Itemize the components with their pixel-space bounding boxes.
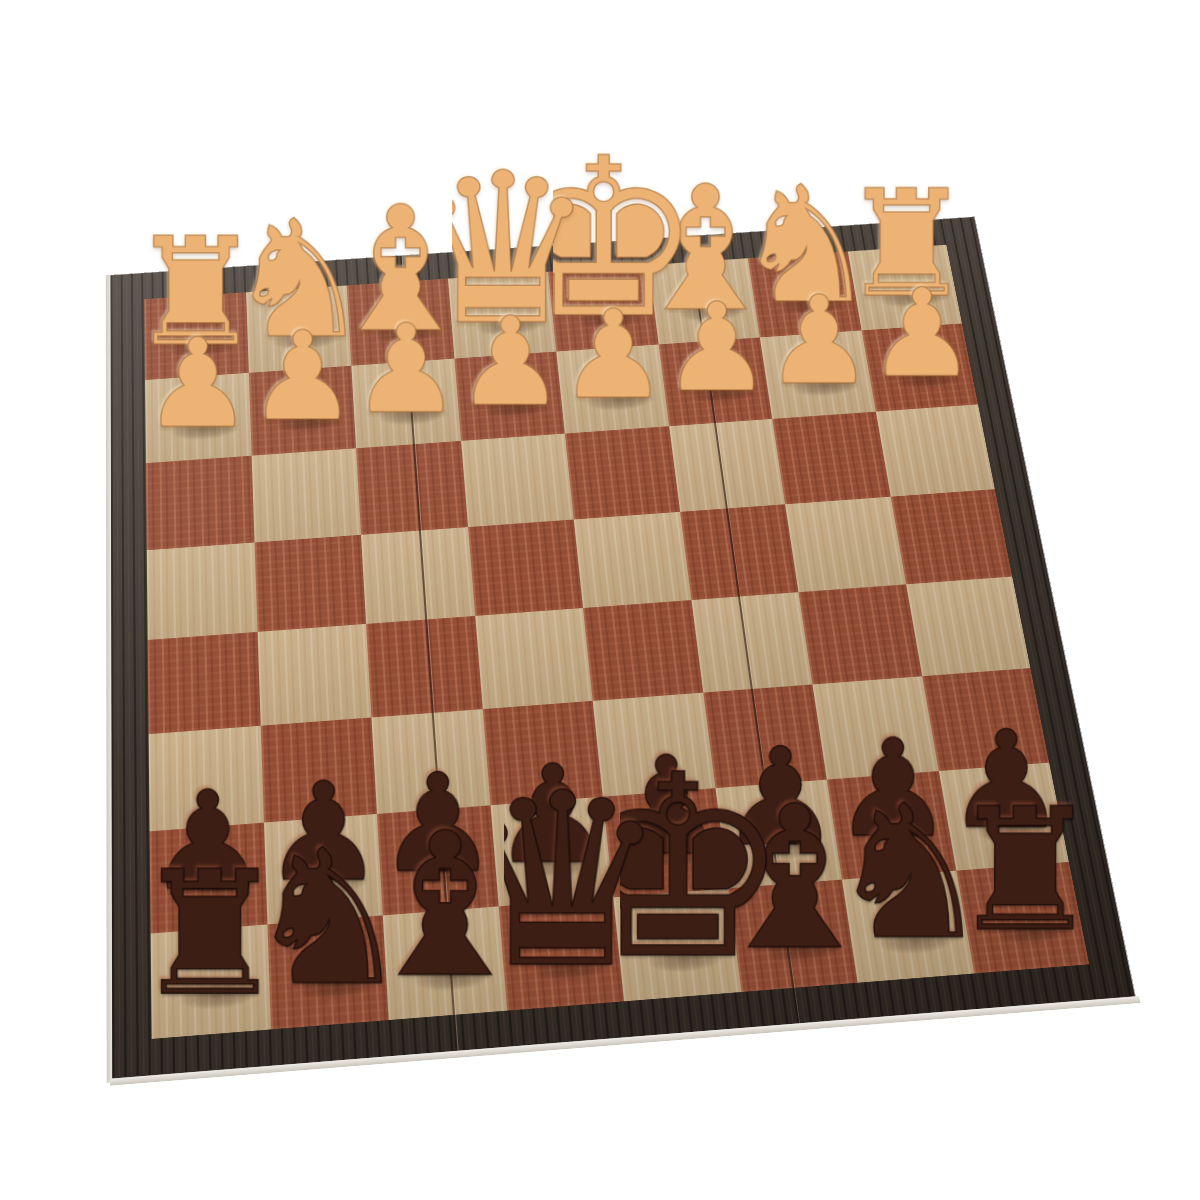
square-r0c1[interactable] bbox=[246, 285, 352, 372]
square-r1c7[interactable] bbox=[861, 323, 978, 412]
photo-background: ♜♞♝♛♚♝♞♜♟♟♟♟♟♟♟♟♟♟♟♟♟♟♟♟♜♞♝♛♚♝♞♜ bbox=[0, 0, 1200, 1200]
square-r2c2[interactable] bbox=[356, 441, 467, 535]
square-r1c3[interactable] bbox=[454, 351, 565, 441]
piece-dark-rook[interactable]: ♜ bbox=[151, 691, 269, 995]
square-r1c4[interactable] bbox=[556, 344, 668, 433]
square-r0c2[interactable] bbox=[347, 279, 454, 366]
square-r0c4[interactable] bbox=[548, 265, 658, 351]
square-r2c4[interactable] bbox=[565, 426, 680, 519]
square-r2c6[interactable] bbox=[772, 412, 890, 504]
square-r0c7[interactable] bbox=[847, 245, 962, 330]
square-r0c6[interactable] bbox=[748, 251, 861, 337]
square-r1c6[interactable] bbox=[760, 330, 876, 419]
dark-rook-icon: ♜ bbox=[133, 847, 287, 1018]
square-r0c0[interactable] bbox=[144, 292, 248, 379]
square-r1c0[interactable] bbox=[145, 372, 251, 463]
square-r0c3[interactable] bbox=[447, 272, 556, 358]
square-r2c0[interactable] bbox=[146, 456, 254, 550]
square-r1c2[interactable] bbox=[351, 358, 460, 448]
chess-board: ♜♞♝♛♚♝♞♜♟♟♟♟♟♟♟♟♟♟♟♟♟♟♟♟♜♞♝♛♚♝♞♜ bbox=[110, 217, 1135, 1078]
square-r2c7[interactable] bbox=[875, 404, 995, 496]
square-r1c5[interactable] bbox=[658, 337, 772, 426]
square-r2c1[interactable] bbox=[251, 448, 361, 542]
square-r0c5[interactable] bbox=[648, 258, 760, 344]
square-r1c1[interactable] bbox=[248, 365, 356, 455]
square-r2c3[interactable] bbox=[461, 434, 574, 527]
square-r2c5[interactable] bbox=[669, 419, 785, 512]
